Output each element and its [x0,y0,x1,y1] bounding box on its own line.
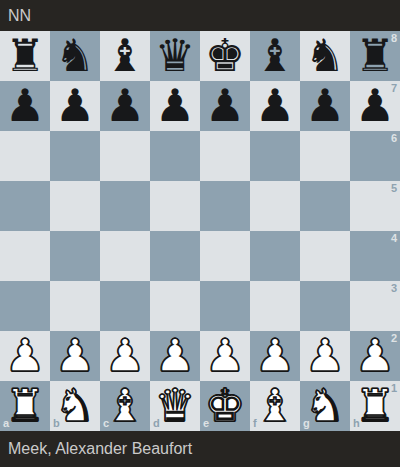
square-e2[interactable]: ♟ [200,331,250,381]
square-c6[interactable] [100,131,150,181]
piece-white-pawn: ♟ [205,331,245,381]
square-f3[interactable] [250,281,300,331]
square-d5[interactable] [150,181,200,231]
square-e1[interactable]: ♚e [200,381,250,431]
file-label-g: g [303,418,310,429]
square-g1[interactable]: ♞g [300,381,350,431]
rank-label-7: 7 [391,83,397,94]
square-f4[interactable] [250,231,300,281]
piece-white-knight: ♞ [55,381,95,431]
file-label-a: a [3,418,9,429]
square-d6[interactable] [150,131,200,181]
square-g5[interactable] [300,181,350,231]
piece-black-pawn: ♟ [205,81,245,131]
square-h1[interactable]: ♜1h [350,381,400,431]
piece-black-pawn: ♟ [155,81,195,131]
square-a6[interactable] [0,131,50,181]
square-b8[interactable]: ♞ [50,31,100,81]
player-top-bar: NN [0,0,400,31]
player-bottom-name: Meek, Alexander Beaufort [8,441,192,457]
square-a4[interactable] [0,231,50,281]
square-h5[interactable]: 5 [350,181,400,231]
piece-black-king: ♚ [205,31,245,81]
square-h6[interactable]: 6 [350,131,400,181]
player-top-name: NN [8,8,31,24]
piece-white-knight: ♞ [305,381,345,431]
piece-white-rook: ♜ [355,381,395,431]
square-e8[interactable]: ♚ [200,31,250,81]
piece-white-rook: ♜ [5,381,45,431]
square-h4[interactable]: 4 [350,231,400,281]
piece-black-pawn: ♟ [5,81,45,131]
piece-black-pawn: ♟ [305,81,345,131]
square-b7[interactable]: ♟ [50,81,100,131]
square-a1[interactable]: ♜a [0,381,50,431]
piece-white-king: ♚ [205,381,245,431]
rank-label-2: 2 [391,333,397,344]
rank-label-4: 4 [391,233,397,244]
piece-white-pawn: ♟ [5,331,45,381]
square-c1[interactable]: ♝c [100,381,150,431]
square-b5[interactable] [50,181,100,231]
square-b3[interactable] [50,281,100,331]
piece-black-pawn: ♟ [255,81,295,131]
square-d4[interactable] [150,231,200,281]
chess-board: ♜♞♝♛♚♝♞♜8♟♟♟♟♟♟♟♟76543♟♟♟♟♟♟♟♟2♜a♞b♝c♛d♚… [0,31,400,431]
piece-black-rook: ♜ [355,31,395,81]
square-c4[interactable] [100,231,150,281]
piece-white-queen: ♛ [155,381,195,431]
square-f7[interactable]: ♟ [250,81,300,131]
chess-board-app: NN ♜♞♝♛♚♝♞♜8♟♟♟♟♟♟♟♟76543♟♟♟♟♟♟♟♟2♜a♞b♝c… [0,0,400,467]
square-h7[interactable]: ♟7 [350,81,400,131]
rank-label-3: 3 [391,283,397,294]
rank-label-8: 8 [391,33,397,44]
square-c3[interactable] [100,281,150,331]
piece-black-knight: ♞ [55,31,95,81]
piece-black-pawn: ♟ [355,81,395,131]
square-c7[interactable]: ♟ [100,81,150,131]
square-b4[interactable] [50,231,100,281]
piece-black-queen: ♛ [155,31,195,81]
square-c5[interactable] [100,181,150,231]
piece-black-bishop: ♝ [105,31,145,81]
piece-white-bishop: ♝ [255,381,295,431]
piece-white-pawn: ♟ [305,331,345,381]
square-d1[interactable]: ♛d [150,381,200,431]
square-a5[interactable] [0,181,50,231]
square-e7[interactable]: ♟ [200,81,250,131]
square-d2[interactable]: ♟ [150,331,200,381]
file-label-d: d [153,418,160,429]
square-f6[interactable] [250,131,300,181]
file-label-b: b [53,418,60,429]
rank-label-6: 6 [391,133,397,144]
square-g8[interactable]: ♞ [300,31,350,81]
square-f8[interactable]: ♝ [250,31,300,81]
square-h8[interactable]: ♜8 [350,31,400,81]
square-g6[interactable] [300,131,350,181]
piece-black-pawn: ♟ [105,81,145,131]
square-e5[interactable] [200,181,250,231]
square-a8[interactable]: ♜ [0,31,50,81]
square-d3[interactable] [150,281,200,331]
rank-label-5: 5 [391,183,397,194]
square-a3[interactable] [0,281,50,331]
player-bottom-bar: Meek, Alexander Beaufort [0,431,400,467]
square-h3[interactable]: 3 [350,281,400,331]
square-c8[interactable]: ♝ [100,31,150,81]
square-b6[interactable] [50,131,100,181]
square-g2[interactable]: ♟ [300,331,350,381]
square-g7[interactable]: ♟ [300,81,350,131]
square-f5[interactable] [250,181,300,231]
file-label-h: h [353,418,360,429]
piece-white-pawn: ♟ [105,331,145,381]
square-f1[interactable]: ♝f [250,381,300,431]
square-g4[interactable] [300,231,350,281]
piece-black-knight: ♞ [305,31,345,81]
square-f2[interactable]: ♟ [250,331,300,381]
file-label-e: e [203,418,209,429]
piece-white-pawn: ♟ [155,331,195,381]
piece-white-pawn: ♟ [55,331,95,381]
file-label-f: f [253,418,257,429]
piece-black-rook: ♜ [5,31,45,81]
square-d7[interactable]: ♟ [150,81,200,131]
square-b2[interactable]: ♟ [50,331,100,381]
square-e3[interactable] [200,281,250,331]
square-e6[interactable] [200,131,250,181]
square-h2[interactable]: ♟2 [350,331,400,381]
piece-black-bishop: ♝ [255,31,295,81]
square-a2[interactable]: ♟ [0,331,50,381]
rank-label-1: 1 [391,383,397,394]
piece-white-pawn: ♟ [355,331,395,381]
piece-white-pawn: ♟ [255,331,295,381]
square-b1[interactable]: ♞b [50,381,100,431]
piece-black-pawn: ♟ [55,81,95,131]
square-a7[interactable]: ♟ [0,81,50,131]
square-g3[interactable] [300,281,350,331]
square-c2[interactable]: ♟ [100,331,150,381]
square-d8[interactable]: ♛ [150,31,200,81]
piece-white-bishop: ♝ [105,381,145,431]
file-label-c: c [103,418,109,429]
square-e4[interactable] [200,231,250,281]
